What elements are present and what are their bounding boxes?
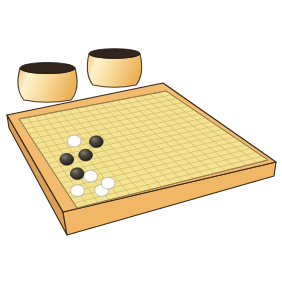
black-stone[interactable] [70, 168, 84, 180]
bowl-rim [20, 63, 75, 74]
stone-bowl-left [18, 63, 77, 103]
white-stone[interactable] [101, 177, 115, 189]
black-stone[interactable] [89, 136, 103, 148]
stone-bowl-right [87, 49, 141, 88]
bowl-rim [89, 49, 140, 59]
white-stone[interactable] [71, 185, 85, 197]
black-stone[interactable] [79, 149, 93, 161]
white-stone[interactable] [84, 170, 98, 182]
black-stone[interactable] [60, 153, 74, 165]
go-board-illustration [0, 0, 282, 282]
go-scene [0, 0, 282, 282]
white-stone[interactable] [67, 135, 81, 147]
